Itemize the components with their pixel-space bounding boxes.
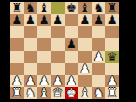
white-pawn[interactable]: ♟ xyxy=(39,75,50,87)
square-h3[interactable] xyxy=(105,63,119,75)
black-rook[interactable]: ♜ xyxy=(107,2,118,14)
square-e2[interactable]: ♟ xyxy=(65,75,79,87)
black-pawn[interactable]: ♟ xyxy=(66,38,77,50)
square-g5[interactable] xyxy=(92,38,106,50)
square-d8[interactable] xyxy=(51,2,65,14)
white-pawn[interactable]: ♟ xyxy=(52,75,63,87)
square-c7[interactable]: ♟ xyxy=(37,14,51,26)
square-f4[interactable] xyxy=(78,51,92,63)
white-rook[interactable]: ♜ xyxy=(107,87,118,99)
square-a4[interactable] xyxy=(10,51,24,63)
square-a5[interactable] xyxy=(10,38,24,50)
white-pawn[interactable]: ♟ xyxy=(25,75,36,87)
square-d2[interactable]: ♟ xyxy=(51,75,65,87)
black-bishop[interactable]: ♝ xyxy=(39,2,50,14)
white-king[interactable]: ♚ xyxy=(66,87,77,99)
square-d4[interactable] xyxy=(51,51,65,63)
square-b7[interactable]: ♟ xyxy=(24,14,38,26)
square-g6[interactable] xyxy=(92,26,106,38)
square-b6[interactable] xyxy=(24,26,38,38)
chess-board: ♜♞♝♚♝♞♜♟♟♟♟♟♟♟♟♟♛♟♟♟♟♟♟♟♜♞♝♛♚♝♞♜ xyxy=(10,2,119,99)
square-b5[interactable] xyxy=(24,38,38,50)
square-d5[interactable] xyxy=(51,38,65,50)
square-f2[interactable] xyxy=(78,75,92,87)
square-g2[interactable] xyxy=(92,75,106,87)
square-g4[interactable]: ♟ xyxy=(92,51,106,63)
square-h6[interactable] xyxy=(105,26,119,38)
black-rook[interactable]: ♜ xyxy=(11,2,22,14)
square-e8[interactable]: ♚ xyxy=(65,2,79,14)
square-a8[interactable]: ♜ xyxy=(10,2,24,14)
square-f8[interactable]: ♝ xyxy=(78,2,92,14)
square-f5[interactable] xyxy=(78,38,92,50)
square-h2[interactable]: ♟ xyxy=(105,75,119,87)
black-knight[interactable]: ♞ xyxy=(25,2,36,14)
black-pawn[interactable]: ♟ xyxy=(25,14,36,26)
black-pawn[interactable]: ♟ xyxy=(93,14,104,26)
black-pawn[interactable]: ♟ xyxy=(52,14,63,26)
square-e3[interactable] xyxy=(65,63,79,75)
square-b4[interactable] xyxy=(24,51,38,63)
white-knight[interactable]: ♞ xyxy=(25,87,36,99)
square-c2[interactable]: ♟ xyxy=(37,75,51,87)
square-d1[interactable]: ♛ xyxy=(51,87,65,99)
square-c6[interactable] xyxy=(37,26,51,38)
square-h8[interactable]: ♜ xyxy=(105,2,119,14)
white-pawn[interactable]: ♟ xyxy=(107,75,118,87)
white-rook[interactable]: ♜ xyxy=(11,87,22,99)
square-a3[interactable] xyxy=(10,63,24,75)
square-d3[interactable] xyxy=(51,63,65,75)
square-f6[interactable] xyxy=(78,26,92,38)
square-h5[interactable] xyxy=(105,38,119,50)
square-c3[interactable] xyxy=(37,63,51,75)
white-queen[interactable]: ♛ xyxy=(52,87,63,99)
square-c8[interactable]: ♝ xyxy=(37,2,51,14)
square-a6[interactable] xyxy=(10,26,24,38)
square-a7[interactable]: ♟ xyxy=(10,14,24,26)
square-e7[interactable] xyxy=(65,14,79,26)
black-king[interactable]: ♚ xyxy=(66,2,77,14)
square-e5[interactable]: ♟ xyxy=(65,38,79,50)
square-e1[interactable]: ♚ xyxy=(65,87,79,99)
square-f7[interactable]: ♟ xyxy=(78,14,92,26)
black-pawn[interactable]: ♟ xyxy=(11,14,22,26)
square-g8[interactable]: ♞ xyxy=(92,2,106,14)
square-h7[interactable]: ♟ xyxy=(105,14,119,26)
square-e6[interactable] xyxy=(65,26,79,38)
square-g3[interactable] xyxy=(92,63,106,75)
black-bishop[interactable]: ♝ xyxy=(80,2,91,14)
square-d7[interactable]: ♟ xyxy=(51,14,65,26)
white-knight[interactable]: ♞ xyxy=(93,87,104,99)
black-pawn[interactable]: ♟ xyxy=(80,14,91,26)
black-queen[interactable]: ♛ xyxy=(107,51,118,63)
black-pawn[interactable]: ♟ xyxy=(39,14,50,26)
square-c1[interactable]: ♝ xyxy=(37,87,51,99)
white-bishop[interactable]: ♝ xyxy=(39,87,50,99)
white-pawn[interactable]: ♟ xyxy=(93,51,104,63)
black-pawn[interactable]: ♟ xyxy=(107,14,118,26)
white-pawn[interactable]: ♟ xyxy=(11,75,22,87)
square-b1[interactable]: ♞ xyxy=(24,87,38,99)
square-e4[interactable] xyxy=(65,51,79,63)
square-b2[interactable]: ♟ xyxy=(24,75,38,87)
square-a1[interactable]: ♜ xyxy=(10,87,24,99)
square-d6[interactable] xyxy=(51,26,65,38)
square-c4[interactable] xyxy=(37,51,51,63)
black-knight[interactable]: ♞ xyxy=(93,2,104,14)
square-g1[interactable]: ♞ xyxy=(92,87,106,99)
white-bishop[interactable]: ♝ xyxy=(80,87,91,99)
square-h4[interactable]: ♛ xyxy=(105,51,119,63)
square-b3[interactable] xyxy=(24,63,38,75)
square-c5[interactable] xyxy=(37,38,51,50)
chess-app-screen: ♜♞♝♚♝♞♜♟♟♟♟♟♟♟♟♟♛♟♟♟♟♟♟♟♜♞♝♛♚♝♞♜ xyxy=(0,0,136,102)
white-pawn[interactable]: ♟ xyxy=(66,75,77,87)
square-a2[interactable]: ♟ xyxy=(10,75,24,87)
square-f3[interactable]: ♟ xyxy=(78,63,92,75)
square-h1[interactable]: ♜ xyxy=(105,87,119,99)
square-g7[interactable]: ♟ xyxy=(92,14,106,26)
white-pawn[interactable]: ♟ xyxy=(80,63,91,75)
square-b8[interactable]: ♞ xyxy=(24,2,38,14)
square-f1[interactable]: ♝ xyxy=(78,87,92,99)
